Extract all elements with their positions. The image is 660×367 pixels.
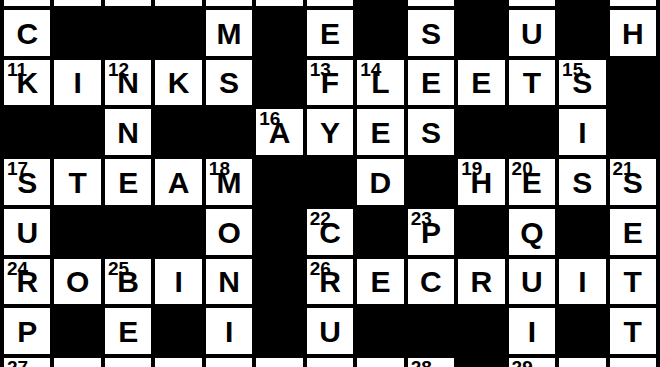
- white-cell[interactable]: [206, 358, 252, 367]
- white-cell[interactable]: [206, 0, 252, 6]
- white-cell[interactable]: 25B: [105, 259, 151, 305]
- white-cell[interactable]: 19H: [458, 159, 504, 205]
- cell-letter: Y: [307, 118, 353, 148]
- white-cell[interactable]: C: [408, 259, 454, 305]
- black-cell: [307, 159, 353, 205]
- black-cell: [155, 209, 201, 255]
- black-cell: [357, 10, 403, 56]
- white-cell[interactable]: [509, 0, 555, 6]
- white-cell[interactable]: [54, 0, 100, 6]
- black-cell: [256, 10, 302, 56]
- cell-letter: A: [256, 118, 302, 148]
- white-cell[interactable]: [105, 358, 151, 367]
- black-cell: [357, 209, 403, 255]
- white-cell[interactable]: U: [307, 308, 353, 354]
- white-cell[interactable]: I: [155, 259, 201, 305]
- cell-letter: U: [4, 218, 50, 248]
- cell-letter: S: [4, 168, 50, 198]
- cell-letter: S: [559, 168, 605, 198]
- white-cell[interactable]: [4, 0, 50, 6]
- crossword-board: CMESUH11KI12NKS13F14LEET15SN16AYESI17STE…: [0, 0, 660, 367]
- black-cell: [559, 308, 605, 354]
- black-cell: [155, 308, 201, 354]
- white-cell[interactable]: T: [610, 259, 656, 305]
- black-cell: [458, 358, 504, 367]
- cell-letter: S: [206, 68, 252, 98]
- white-cell[interactable]: U: [4, 209, 50, 255]
- white-cell[interactable]: O: [206, 209, 252, 255]
- white-cell[interactable]: 14L: [357, 60, 403, 106]
- cell-letter: T: [54, 168, 100, 198]
- white-cell[interactable]: T: [54, 159, 100, 205]
- black-cell: [458, 308, 504, 354]
- white-cell[interactable]: O: [54, 259, 100, 305]
- white-cell[interactable]: 16A: [256, 109, 302, 155]
- cell-letter: I: [155, 267, 201, 297]
- white-cell[interactable]: I: [559, 259, 605, 305]
- white-cell[interactable]: N: [206, 259, 252, 305]
- cell-letter: E: [307, 19, 353, 49]
- cell-letter: E: [610, 218, 656, 248]
- black-cell: [610, 109, 656, 155]
- white-cell[interactable]: [610, 358, 656, 367]
- white-cell[interactable]: U: [509, 259, 555, 305]
- black-cell: [559, 0, 605, 6]
- black-cell: [206, 109, 252, 155]
- cell-letter: H: [458, 168, 504, 198]
- white-cell[interactable]: S: [559, 159, 605, 205]
- cell-letter: T: [610, 267, 656, 297]
- white-cell[interactable]: 23P: [408, 209, 454, 255]
- cell-letter: U: [509, 19, 555, 49]
- white-cell[interactable]: [105, 0, 151, 6]
- white-cell[interactable]: 12N: [105, 60, 151, 106]
- white-cell[interactable]: [256, 358, 302, 367]
- white-cell[interactable]: 20E: [509, 159, 555, 205]
- white-cell[interactable]: Q: [509, 209, 555, 255]
- white-cell[interactable]: S: [206, 60, 252, 106]
- black-cell: [256, 60, 302, 106]
- cell-letter: E: [509, 168, 555, 198]
- white-cell[interactable]: S: [408, 109, 454, 155]
- black-cell: [155, 109, 201, 155]
- cell-letter: F: [307, 68, 353, 98]
- clue-number: 29: [512, 358, 533, 367]
- white-cell[interactable]: [155, 358, 201, 367]
- cell-letter: A: [155, 168, 201, 198]
- white-cell[interactable]: E: [307, 10, 353, 56]
- black-cell: [559, 209, 605, 255]
- white-cell[interactable]: I: [509, 308, 555, 354]
- white-cell[interactable]: 21S: [610, 159, 656, 205]
- black-cell: [509, 109, 555, 155]
- white-cell[interactable]: [307, 0, 353, 6]
- white-cell[interactable]: 13F: [307, 60, 353, 106]
- cell-letter: P: [408, 218, 454, 248]
- cell-letter: R: [307, 267, 353, 297]
- white-cell[interactable]: [357, 358, 403, 367]
- cell-letter: M: [206, 168, 252, 198]
- cell-letter: T: [610, 317, 656, 347]
- cell-letter: E: [357, 267, 403, 297]
- white-cell[interactable]: E: [357, 259, 403, 305]
- white-cell[interactable]: D: [357, 159, 403, 205]
- cell-letter: I: [54, 68, 100, 98]
- white-cell[interactable]: Y: [307, 109, 353, 155]
- cell-letter: T: [509, 68, 555, 98]
- white-cell[interactable]: E: [610, 209, 656, 255]
- white-cell[interactable]: [610, 0, 656, 6]
- cell-letter: N: [105, 68, 151, 98]
- cell-letter: S: [408, 19, 454, 49]
- white-cell[interactable]: 28: [408, 358, 454, 367]
- white-cell[interactable]: E: [105, 159, 151, 205]
- white-cell[interactable]: H: [610, 10, 656, 56]
- black-cell: [155, 10, 201, 56]
- cell-letter: O: [54, 267, 100, 297]
- clue-number: 28: [411, 358, 432, 367]
- white-cell[interactable]: T: [509, 60, 555, 106]
- black-cell: [256, 209, 302, 255]
- white-cell[interactable]: I: [559, 109, 605, 155]
- cell-letter: Q: [509, 218, 555, 248]
- white-cell[interactable]: P: [4, 308, 50, 354]
- cell-letter: B: [105, 267, 151, 297]
- white-cell[interactable]: E: [458, 60, 504, 106]
- white-cell[interactable]: 29: [509, 358, 555, 367]
- white-cell[interactable]: I: [206, 308, 252, 354]
- cell-letter: H: [610, 19, 656, 49]
- black-cell: [357, 0, 403, 6]
- cell-letter: D: [357, 168, 403, 198]
- cell-letter: S: [559, 68, 605, 98]
- black-cell: [54, 209, 100, 255]
- white-cell[interactable]: I: [54, 60, 100, 106]
- white-cell[interactable]: [155, 0, 201, 6]
- cell-letter: R: [458, 267, 504, 297]
- white-cell[interactable]: T: [610, 308, 656, 354]
- white-cell[interactable]: R: [458, 259, 504, 305]
- cell-letter: R: [4, 267, 50, 297]
- black-cell: [458, 209, 504, 255]
- white-cell[interactable]: U: [509, 10, 555, 56]
- cell-letter: I: [559, 267, 605, 297]
- black-cell: [559, 10, 605, 56]
- white-cell[interactable]: C: [4, 10, 50, 56]
- white-cell[interactable]: [408, 0, 454, 6]
- cell-letter: I: [509, 317, 555, 347]
- cell-letter: E: [105, 168, 151, 198]
- black-cell: [54, 308, 100, 354]
- cell-letter: N: [206, 267, 252, 297]
- cell-letter: C: [408, 267, 454, 297]
- cell-letter: C: [307, 218, 353, 248]
- white-cell[interactable]: [54, 358, 100, 367]
- cell-letter: K: [4, 68, 50, 98]
- cell-letter: E: [408, 68, 454, 98]
- cell-letter: C: [4, 19, 50, 49]
- black-cell: [408, 159, 454, 205]
- black-cell: [458, 109, 504, 155]
- cell-letter: E: [357, 118, 403, 148]
- cell-letter: U: [509, 267, 555, 297]
- black-cell: [105, 10, 151, 56]
- black-cell: [54, 10, 100, 56]
- black-cell: [54, 109, 100, 155]
- white-cell[interactable]: E: [105, 308, 151, 354]
- white-cell[interactable]: E: [357, 109, 403, 155]
- cell-letter: E: [458, 68, 504, 98]
- black-cell: [256, 159, 302, 205]
- black-cell: [408, 308, 454, 354]
- cell-letter: K: [155, 68, 201, 98]
- white-cell[interactable]: K: [155, 60, 201, 106]
- white-cell[interactable]: [307, 358, 353, 367]
- white-cell[interactable]: 26R: [307, 259, 353, 305]
- white-cell[interactable]: [256, 0, 302, 6]
- white-cell[interactable]: 27: [4, 358, 50, 367]
- white-cell[interactable]: E: [408, 60, 454, 106]
- cell-letter: P: [4, 317, 50, 347]
- white-cell[interactable]: 22C: [307, 209, 353, 255]
- cell-letter: M: [206, 19, 252, 49]
- cell-letter: E: [105, 317, 151, 347]
- cell-letter: N: [105, 118, 151, 148]
- black-cell: [105, 209, 151, 255]
- cell-letter: I: [559, 118, 605, 148]
- black-cell: [458, 10, 504, 56]
- cell-letter: I: [206, 317, 252, 347]
- white-cell[interactable]: S: [408, 10, 454, 56]
- black-cell: [458, 0, 504, 6]
- white-cell[interactable]: 11K: [4, 60, 50, 106]
- black-cell: [610, 60, 656, 106]
- black-cell: [4, 109, 50, 155]
- white-cell[interactable]: 17S: [4, 159, 50, 205]
- white-cell[interactable]: [559, 358, 605, 367]
- black-cell: [256, 308, 302, 354]
- black-cell: [256, 259, 302, 305]
- cell-letter: O: [206, 218, 252, 248]
- white-cell[interactable]: 24R: [4, 259, 50, 305]
- cell-letter: L: [357, 68, 403, 98]
- white-cell[interactable]: N: [105, 109, 151, 155]
- black-cell: [357, 308, 403, 354]
- white-cell[interactable]: 15S: [559, 60, 605, 106]
- white-cell[interactable]: M: [206, 10, 252, 56]
- cell-letter: S: [408, 118, 454, 148]
- cell-letter: S: [610, 168, 656, 198]
- white-cell[interactable]: 18M: [206, 159, 252, 205]
- clue-number: 27: [7, 358, 28, 367]
- white-cell[interactable]: A: [155, 159, 201, 205]
- cell-letter: U: [307, 317, 353, 347]
